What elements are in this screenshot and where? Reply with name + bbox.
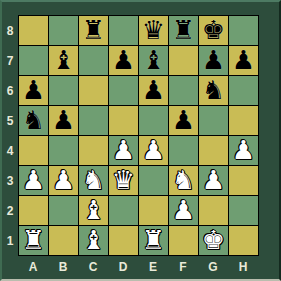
- square-g1[interactable]: ♚: [199, 226, 228, 255]
- white-pawn-icon: ♟: [229, 136, 258, 165]
- black-pawn-icon: ♟: [139, 76, 168, 105]
- square-e5[interactable]: [139, 106, 168, 135]
- square-c4[interactable]: [79, 136, 108, 165]
- square-h2[interactable]: [229, 196, 258, 225]
- white-pawn-icon: ♟: [139, 136, 168, 165]
- square-f4[interactable]: [169, 136, 198, 165]
- square-c5[interactable]: [79, 106, 108, 135]
- square-a1[interactable]: ♜: [19, 226, 48, 255]
- rank-labels: 87654321: [2, 16, 18, 257]
- rank-label-7: 7: [2, 46, 18, 76]
- square-d6[interactable]: [109, 76, 138, 105]
- square-h3[interactable]: [229, 166, 258, 195]
- square-a3[interactable]: ♟: [19, 166, 48, 195]
- white-knight-icon: ♞: [79, 166, 108, 195]
- square-f2[interactable]: ♟: [169, 196, 198, 225]
- black-pawn-icon: ♟: [19, 76, 48, 105]
- square-f1[interactable]: [169, 226, 198, 255]
- black-pawn-icon: ♟: [169, 106, 198, 135]
- square-b4[interactable]: [49, 136, 78, 165]
- white-queen-icon: ♛: [109, 166, 138, 195]
- square-e7[interactable]: ♝: [139, 46, 168, 75]
- square-e3[interactable]: [139, 166, 168, 195]
- file-label-b: B: [48, 257, 78, 277]
- file-label-a: A: [18, 257, 48, 277]
- square-b5[interactable]: ♟: [49, 106, 78, 135]
- square-d7[interactable]: ♟: [109, 46, 138, 75]
- square-d8[interactable]: [109, 16, 138, 45]
- square-d2[interactable]: [109, 196, 138, 225]
- rank-label-3: 3: [2, 166, 18, 196]
- square-d5[interactable]: [109, 106, 138, 135]
- file-label-e: E: [138, 257, 168, 277]
- square-b8[interactable]: [49, 16, 78, 45]
- rank-label-2: 2: [2, 196, 18, 226]
- square-a5[interactable]: ♞: [19, 106, 48, 135]
- square-e4[interactable]: ♟: [139, 136, 168, 165]
- square-g8[interactable]: ♚: [199, 16, 228, 45]
- square-b2[interactable]: [49, 196, 78, 225]
- white-rook-icon: ♜: [139, 226, 168, 255]
- white-pawn-icon: ♟: [109, 136, 138, 165]
- square-g5[interactable]: [199, 106, 228, 135]
- square-e1[interactable]: ♜: [139, 226, 168, 255]
- square-e6[interactable]: ♟: [139, 76, 168, 105]
- black-pawn-icon: ♟: [229, 46, 258, 75]
- white-pawn-icon: ♟: [199, 166, 228, 195]
- file-label-d: D: [108, 257, 138, 277]
- white-rook-icon: ♜: [19, 226, 48, 255]
- square-b3[interactable]: ♟: [49, 166, 78, 195]
- square-e2[interactable]: [139, 196, 168, 225]
- square-g3[interactable]: ♟: [199, 166, 228, 195]
- square-a8[interactable]: [19, 16, 48, 45]
- square-b6[interactable]: [49, 76, 78, 105]
- square-b7[interactable]: ♝: [49, 46, 78, 75]
- black-bishop-icon: ♝: [139, 46, 168, 75]
- file-label-f: F: [168, 257, 198, 277]
- square-h4[interactable]: ♟: [229, 136, 258, 165]
- white-bishop-icon: ♝: [79, 196, 108, 225]
- rank-label-6: 6: [2, 76, 18, 106]
- black-knight-icon: ♞: [19, 106, 48, 135]
- square-d4[interactable]: ♟: [109, 136, 138, 165]
- file-label-c: C: [78, 257, 108, 277]
- square-g4[interactable]: [199, 136, 228, 165]
- square-a6[interactable]: ♟: [19, 76, 48, 105]
- black-king-icon: ♚: [199, 16, 228, 45]
- rank-label-8: 8: [2, 16, 18, 46]
- black-knight-icon: ♞: [199, 76, 228, 105]
- file-labels: ABCDEFGH: [18, 257, 260, 277]
- black-pawn-icon: ♟: [49, 106, 78, 135]
- square-b1[interactable]: [49, 226, 78, 255]
- square-f7[interactable]: [169, 46, 198, 75]
- black-pawn-icon: ♟: [199, 46, 228, 75]
- square-a7[interactable]: [19, 46, 48, 75]
- square-e8[interactable]: ♛: [139, 16, 168, 45]
- square-f8[interactable]: ♜: [169, 16, 198, 45]
- white-bishop-icon: ♝: [79, 226, 108, 255]
- black-queen-icon: ♛: [139, 16, 168, 45]
- square-f6[interactable]: [169, 76, 198, 105]
- square-h5[interactable]: [229, 106, 258, 135]
- chess-board: ♜♛♜♚♝♟♝♟♟♟♟♞♞♟♟♟♟♟♟♟♞♛♞♟♝♟♜♝♜♚: [18, 15, 259, 256]
- chess-diagram: 87654321 ♜♛♜♚♝♟♝♟♟♟♟♞♞♟♟♟♟♟♟♟♞♛♞♟♝♟♜♝♜♚ …: [0, 0, 281, 281]
- white-pawn-icon: ♟: [169, 196, 198, 225]
- file-label-g: G: [198, 257, 228, 277]
- square-c3[interactable]: ♞: [79, 166, 108, 195]
- square-g7[interactable]: ♟: [199, 46, 228, 75]
- rank-label-4: 4: [2, 136, 18, 166]
- square-h7[interactable]: ♟: [229, 46, 258, 75]
- square-f5[interactable]: ♟: [169, 106, 198, 135]
- square-h8[interactable]: [229, 16, 258, 45]
- square-g2[interactable]: [199, 196, 228, 225]
- black-rook-icon: ♜: [169, 16, 198, 45]
- rank-label-1: 1: [2, 226, 18, 256]
- square-d1[interactable]: [109, 226, 138, 255]
- black-rook-icon: ♜: [79, 16, 108, 45]
- square-g6[interactable]: ♞: [199, 76, 228, 105]
- white-pawn-icon: ♟: [19, 166, 48, 195]
- square-c1[interactable]: ♝: [79, 226, 108, 255]
- square-a4[interactable]: [19, 136, 48, 165]
- black-bishop-icon: ♝: [49, 46, 78, 75]
- square-c2[interactable]: ♝: [79, 196, 108, 225]
- square-c8[interactable]: ♜: [79, 16, 108, 45]
- rank-label-5: 5: [2, 106, 18, 136]
- file-label-h: H: [228, 257, 258, 277]
- square-d3[interactable]: ♛: [109, 166, 138, 195]
- white-king-icon: ♚: [199, 226, 228, 255]
- white-knight-icon: ♞: [169, 166, 198, 195]
- white-pawn-icon: ♟: [49, 166, 78, 195]
- square-c7[interactable]: [79, 46, 108, 75]
- square-h6[interactable]: [229, 76, 258, 105]
- square-f3[interactable]: ♞: [169, 166, 198, 195]
- square-a2[interactable]: [19, 196, 48, 225]
- square-h1[interactable]: [229, 226, 258, 255]
- square-c6[interactable]: [79, 76, 108, 105]
- black-pawn-icon: ♟: [109, 46, 138, 75]
